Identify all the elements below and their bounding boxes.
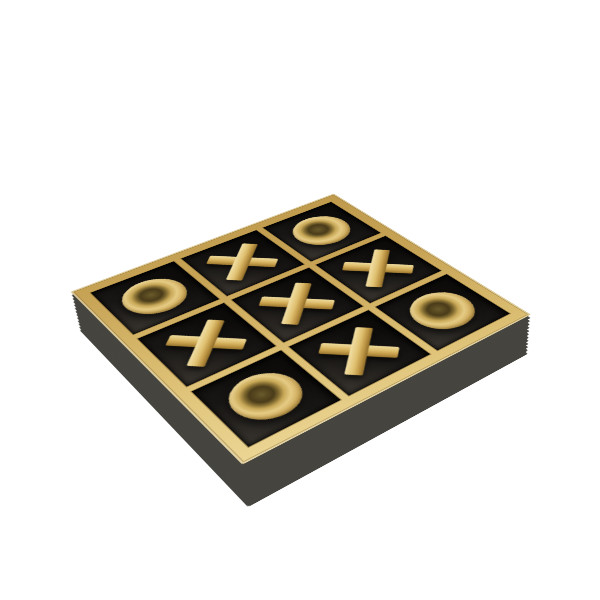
scene <box>0 0 600 600</box>
x-piece[interactable] <box>247 276 347 333</box>
x-piece[interactable] <box>154 312 259 375</box>
product-photo <box>0 0 600 600</box>
cell-r2-c1[interactable] <box>138 303 276 387</box>
board-grid <box>70 194 531 465</box>
o-piece[interactable] <box>215 364 316 429</box>
x-piece[interactable] <box>331 243 426 294</box>
o-piece[interactable] <box>111 272 198 322</box>
tictactoe-board <box>70 194 531 465</box>
x-piece[interactable] <box>196 237 289 287</box>
x-piece[interactable] <box>306 319 413 384</box>
o-piece[interactable] <box>397 285 488 337</box>
o-piece[interactable] <box>282 211 362 251</box>
